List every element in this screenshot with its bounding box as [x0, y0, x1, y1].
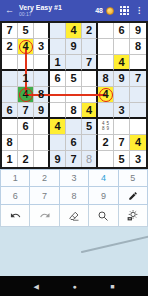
title-block: Very Easy #1 00:17	[19, 4, 62, 17]
cell-r9c7[interactable]	[98, 151, 114, 167]
nav-recents-icon[interactable]: ■	[110, 283, 114, 290]
cell-r8c8[interactable]: 7	[114, 135, 130, 151]
cell-digit: 7	[86, 57, 92, 68]
cell-r3c1[interactable]	[2, 55, 18, 71]
numpad-6[interactable]: 6	[0, 187, 30, 205]
cell-r2c2[interactable]: 4	[18, 39, 34, 55]
cell-r6c6[interactable]: 4	[82, 103, 98, 119]
cell-r5c2[interactable]: 4	[18, 87, 34, 103]
cell-r7c2[interactable]: 6	[18, 119, 34, 135]
cell-r6c9[interactable]	[130, 103, 146, 119]
cell-r8c9[interactable]: 4	[130, 135, 146, 151]
cell-r8c6[interactable]	[82, 135, 98, 151]
cell-r8c2[interactable]	[18, 135, 34, 151]
cell-r3c3[interactable]	[34, 55, 50, 71]
cell-digit: 5	[70, 73, 76, 84]
cell-r1c4[interactable]	[50, 23, 66, 39]
cell-digit: 6	[70, 137, 76, 148]
cell-r1c8[interactable]: 6	[114, 23, 130, 39]
cell-digit: 2	[102, 137, 108, 148]
cell-r7c4[interactable]: 4	[50, 119, 66, 135]
cell-r7c6[interactable]: 5	[82, 119, 98, 135]
cell-r5c5[interactable]	[66, 87, 82, 103]
cell-digit: 5	[118, 154, 124, 165]
cell-r4c4[interactable]: 6	[50, 71, 66, 87]
cell-r5c4[interactable]	[50, 87, 66, 103]
cell-r7c7[interactable]: 4589	[98, 119, 114, 135]
cell-r4c5[interactable]: 5	[66, 71, 82, 87]
cell-digit: 8	[135, 41, 141, 52]
numpad-8[interactable]: 8	[60, 187, 89, 205]
hint-button[interactable]	[119, 205, 148, 227]
cell-r3c9[interactable]	[130, 55, 146, 71]
cell-r6c3[interactable]: 9	[34, 103, 50, 119]
cell-r5c6[interactable]	[82, 87, 98, 103]
cell-r8c3[interactable]	[34, 135, 50, 151]
cell-r9c6[interactable]: 8	[82, 151, 98, 167]
timer: 00:17	[19, 12, 62, 17]
cell-r1c1[interactable]: 7	[2, 23, 18, 39]
cell-digit: 9	[38, 105, 44, 116]
cell-digit: 2	[22, 154, 28, 165]
numpad-3[interactable]: 3	[60, 169, 89, 187]
cell-digit: 7	[135, 73, 141, 84]
magnifier-icon	[97, 210, 109, 222]
back-arrow-icon[interactable]: ←	[4, 5, 15, 16]
cell-digit: 2	[86, 25, 92, 36]
cell-r9c3[interactable]	[34, 151, 50, 167]
cell-digit: 9	[54, 154, 60, 165]
cell-digit: 4	[118, 57, 124, 68]
cell-r1c9[interactable]: 9	[130, 23, 146, 39]
background-area	[0, 227, 148, 276]
cell-r1c7[interactable]	[98, 23, 114, 39]
numpad-1[interactable]: 1	[0, 169, 30, 187]
pencil-marks: 4589	[102, 122, 109, 131]
cell-digit: 9	[118, 73, 124, 84]
cell-r6c4[interactable]	[50, 103, 66, 119]
cell-r1c6[interactable]: 2	[82, 23, 98, 39]
cell-r8c4[interactable]	[50, 135, 66, 151]
redo-button[interactable]	[30, 205, 59, 227]
cell-r6c5[interactable]: 8	[66, 103, 82, 119]
cell-r7c9[interactable]	[130, 119, 146, 135]
cell-r2c4[interactable]	[50, 39, 66, 55]
cell-r7c3[interactable]	[34, 119, 50, 135]
cell-r5c3[interactable]: 8	[34, 87, 50, 103]
cell-r3c8[interactable]: 4	[114, 55, 130, 71]
cell-digit: 3	[118, 105, 124, 116]
numpad-7[interactable]: 7	[30, 187, 59, 205]
cell-digit: 4	[70, 25, 76, 36]
cell-digit: 2	[6, 41, 12, 52]
eraser-icon	[68, 210, 80, 222]
cell-r6c1[interactable]: 6	[2, 103, 18, 119]
cell-r4c7[interactable]: 8	[98, 71, 114, 87]
cell-digit: 7	[70, 154, 76, 165]
cell-r8c5[interactable]: 6	[66, 135, 82, 151]
cell-r2c5[interactable]: 9	[66, 39, 82, 55]
numpad-pencil-button[interactable]	[119, 187, 148, 205]
cell-r4c3[interactable]	[34, 71, 50, 87]
overflow-menu-icon[interactable]: ⋮	[134, 6, 144, 15]
cell-digit: 1	[54, 57, 60, 68]
cell-r1c3[interactable]	[34, 23, 50, 39]
cell-r1c2[interactable]: 5	[18, 23, 34, 39]
android-nav-bar: ◀ ● ■	[0, 276, 148, 296]
cell-digit: 6	[118, 25, 124, 36]
cell-r2c6[interactable]	[82, 39, 98, 55]
eraser-button[interactable]	[60, 205, 89, 227]
cell-digit: 9	[135, 25, 141, 36]
cell-digit: 1	[6, 154, 12, 165]
cell-digit: 8	[86, 154, 92, 165]
cell-digit: 7	[118, 137, 124, 148]
cell-digit: 7	[22, 105, 28, 116]
cell-digit: 8	[102, 73, 108, 84]
cell-r8c1[interactable]: 8	[2, 135, 18, 151]
cell-r7c1[interactable]	[2, 119, 18, 135]
cell-digit: 5	[86, 121, 92, 132]
cell-r9c5[interactable]: 7	[66, 151, 82, 167]
nav-home-icon[interactable]: ●	[72, 283, 76, 290]
cell-digit: 3	[38, 41, 44, 52]
cell-r2c7[interactable]	[98, 39, 114, 55]
cell-digit: 6	[6, 105, 12, 116]
cell-r9c8[interactable]: 5	[114, 151, 130, 167]
cell-digit: 4	[135, 137, 141, 148]
cell-r2c1[interactable]: 2	[2, 39, 18, 55]
cell-r4c6[interactable]	[82, 71, 98, 87]
number-pad: 123456789	[0, 169, 148, 205]
cell-r1c5[interactable]: 4	[66, 23, 82, 39]
cell-r9c2[interactable]: 2	[18, 151, 34, 167]
cell-r5c8[interactable]	[114, 87, 130, 103]
cell-r6c7[interactable]	[98, 103, 114, 119]
cell-r2c8[interactable]	[114, 39, 130, 55]
numpad-2[interactable]: 2	[30, 169, 59, 187]
cell-digit: 9	[70, 41, 76, 52]
cell-digit: 4	[22, 89, 28, 100]
cell-digit: 8	[6, 137, 12, 148]
cell-r4c8[interactable]: 9	[114, 71, 130, 87]
cell-r9c1[interactable]: 1	[2, 151, 18, 167]
cell-r7c5[interactable]	[66, 119, 82, 135]
cell-digit: 4	[22, 41, 28, 52]
sudoku-board: 7542692439817416589748467984364545898627…	[0, 21, 148, 169]
cell-r5c1[interactable]	[2, 87, 18, 103]
undo-button[interactable]	[0, 205, 30, 227]
cell-r5c9[interactable]	[130, 87, 146, 103]
grid-icon[interactable]	[120, 6, 129, 15]
cell-r4c1[interactable]	[2, 71, 18, 87]
cell-digit: 8	[70, 105, 76, 116]
cell-digit: 1	[22, 73, 28, 84]
cell-digit: 4	[54, 121, 60, 132]
cell-digit: 4	[102, 89, 108, 100]
cell-r3c6[interactable]: 7	[82, 55, 98, 71]
numpad-5[interactable]: 5	[119, 169, 148, 187]
cell-digit: 4	[86, 105, 92, 116]
cell-r7c8[interactable]	[114, 119, 130, 135]
cell-digit: 5	[22, 25, 28, 36]
cell-r6c2[interactable]: 7	[18, 103, 34, 119]
numpad-9[interactable]: 9	[89, 187, 118, 205]
coin-count: 48	[95, 7, 103, 14]
cell-r5c7[interactable]: 4	[98, 87, 114, 103]
cell-r6c8[interactable]: 3	[114, 103, 130, 119]
cell-digit: 8	[38, 89, 44, 100]
cell-r2c9[interactable]: 8	[130, 39, 146, 55]
pencil-icon	[128, 191, 138, 201]
cell-r8c7[interactable]: 2	[98, 135, 114, 151]
cell-r3c7[interactable]	[98, 55, 114, 71]
cell-r4c9[interactable]: 7	[130, 71, 146, 87]
cell-r9c4[interactable]: 9	[50, 151, 66, 167]
hint-bulb-icon	[126, 209, 139, 222]
cell-r3c5[interactable]	[66, 55, 82, 71]
numpad-4[interactable]: 4	[89, 169, 118, 187]
wallpaper-line	[81, 235, 148, 254]
cell-r2c3[interactable]: 3	[34, 39, 50, 55]
cell-digit: 6	[54, 73, 60, 84]
zoom-button[interactable]	[89, 205, 118, 227]
nav-back-icon[interactable]: ◀	[34, 283, 39, 290]
cell-digit: 7	[6, 25, 12, 36]
coin-icon[interactable]	[106, 7, 114, 15]
cell-r3c2[interactable]	[18, 55, 34, 71]
page-title: Very Easy #1	[19, 4, 62, 11]
redo-icon	[39, 210, 50, 221]
cell-digit: 6	[22, 121, 28, 132]
cell-r9c9[interactable]: 3	[130, 151, 146, 167]
toolbar	[0, 205, 148, 227]
cell-digit: 3	[135, 154, 141, 165]
cell-r4c2[interactable]: 1	[18, 71, 34, 87]
app-bar: ← Very Easy #1 00:17 48 ⋮	[0, 0, 148, 21]
undo-icon	[10, 210, 21, 221]
cell-r3c4[interactable]: 1	[50, 55, 66, 71]
